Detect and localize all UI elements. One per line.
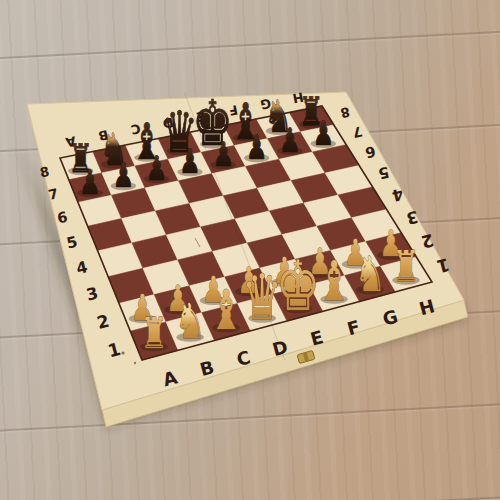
piece-black-pawn-a7[interactable]: ♟	[79, 163, 101, 202]
piece-white-knight-g1[interactable]: ♞	[354, 246, 385, 302]
piece-white-bishop-f1[interactable]: ♝	[316, 250, 351, 313]
wood-speck	[134, 362, 136, 364]
piece-black-pawn-d7[interactable]: ♟	[179, 142, 201, 181]
wood-speck	[121, 351, 124, 354]
piece-black-pawn-h7[interactable]: ♟	[312, 114, 334, 153]
piece-white-rook-a1[interactable]: ♜	[140, 309, 168, 358]
piece-black-pawn-e7[interactable]: ♟	[212, 135, 234, 174]
piece-white-king-e1[interactable]: ♚	[276, 246, 320, 326]
chess-board: ABCDEFGHABCDEFGH1234567812345678♜♞♝♛♚♝♞♜…	[0, 0, 500, 500]
piece-black-pawn-b7[interactable]: ♟	[112, 156, 134, 195]
piece-black-pawn-c7[interactable]: ♟	[146, 149, 168, 188]
piece-white-bishop-c1[interactable]: ♝	[208, 278, 243, 341]
chess-set-photo: ABCDEFGHABCDEFGH1234567812345678♜♞♝♛♚♝♞♜…	[0, 0, 500, 500]
piece-white-rook-h1[interactable]: ♜	[392, 242, 420, 291]
piece-white-knight-b1[interactable]: ♞	[174, 294, 205, 350]
piece-black-pawn-f7[interactable]: ♟	[246, 128, 268, 167]
piece-black-pawn-g7[interactable]: ♟	[279, 121, 301, 160]
